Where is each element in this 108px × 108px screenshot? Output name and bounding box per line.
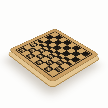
board-grid: ⛂⛂⛂⛂⛂⛂⛂⛂⛂⛂⛂⛂⛂⛂⛂⛂⛂⛂⛂⛂⛂⛂⛂⛂ bbox=[18, 33, 91, 76]
checkers-board: ⛂⛂⛂⛂⛂⛂⛂⛂⛂⛂⛂⛂⛂⛂⛂⛂⛂⛂⛂⛂⛂⛂⛂⛂ bbox=[9, 28, 100, 82]
board-frame: ⛂⛂⛂⛂⛂⛂⛂⛂⛂⛂⛂⛂⛂⛂⛂⛂⛂⛂⛂⛂⛂⛂⛂⛂ bbox=[15, 31, 93, 78]
product-photo: ⛂⛂⛂⛂⛂⛂⛂⛂⛂⛂⛂⛂⛂⛂⛂⛂⛂⛂⛂⛂⛂⛂⛂⛂ bbox=[0, 0, 108, 108]
